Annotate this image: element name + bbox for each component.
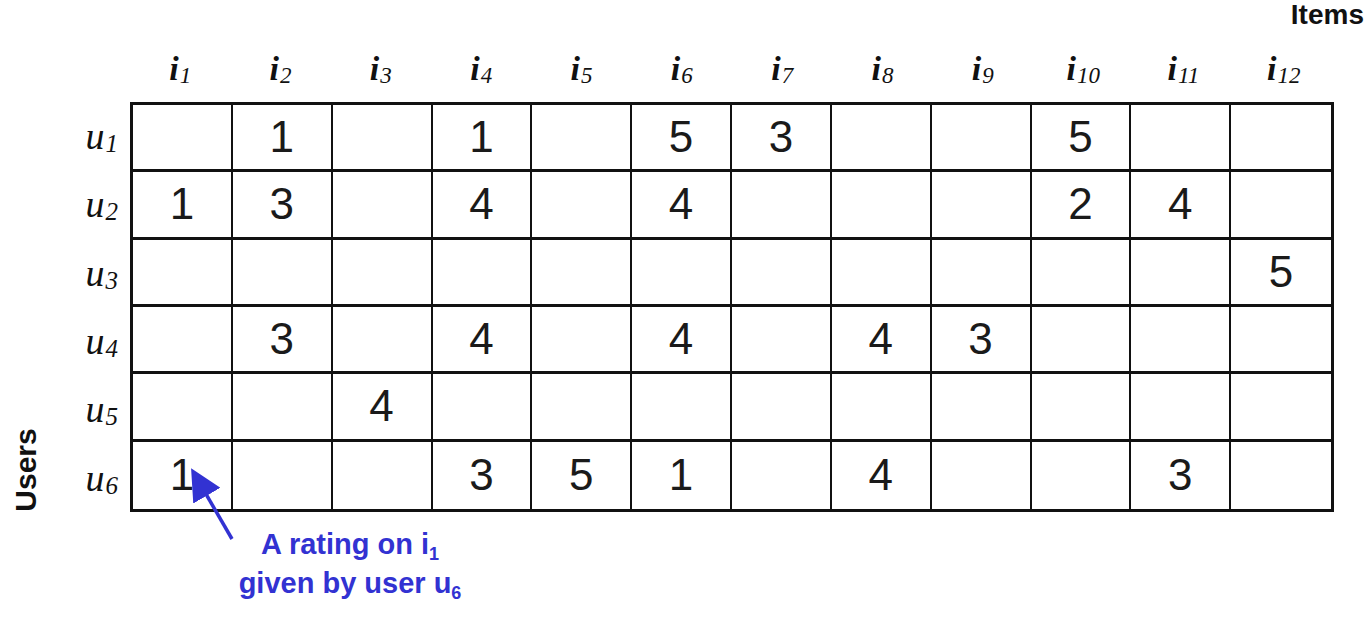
cell-u5-i7 — [732, 374, 832, 441]
cell-u2-i2: 3 — [233, 172, 333, 239]
annotation-line-2: given by user u6 — [158, 566, 542, 605]
column-header-i7: i7 — [732, 40, 832, 98]
cell-u5-i3: 4 — [333, 374, 433, 441]
cell-u4-i12 — [1231, 307, 1331, 374]
cell-u4-i6: 4 — [632, 307, 732, 374]
cell-u2-i6: 4 — [632, 172, 732, 239]
column-header-i12: i12 — [1234, 40, 1334, 98]
cell-u3-i7 — [732, 240, 832, 307]
column-header-i11: i11 — [1133, 40, 1233, 98]
cell-u2-i12 — [1231, 172, 1331, 239]
cell-u4-i11 — [1131, 307, 1231, 374]
column-header-i1: i1 — [130, 40, 230, 98]
cell-u6-i12 — [1231, 442, 1331, 509]
cell-u5-i5 — [532, 374, 632, 441]
cell-u6-i8: 4 — [832, 442, 932, 509]
cell-u5-i9 — [932, 374, 1032, 441]
column-header-i10: i10 — [1033, 40, 1133, 98]
cell-u4-i9: 3 — [932, 307, 1032, 374]
cell-u2-i8 — [832, 172, 932, 239]
cell-u1-i11 — [1131, 105, 1231, 172]
column-header-i4: i4 — [431, 40, 531, 98]
items-axis-label: Items — [1291, 0, 1364, 30]
cell-u2-i4: 4 — [433, 172, 533, 239]
cell-u5-i6 — [632, 374, 732, 441]
cell-u3-i5 — [532, 240, 632, 307]
cell-u3-i12: 5 — [1231, 240, 1331, 307]
cell-u3-i4 — [433, 240, 533, 307]
row-label-u1: u1 — [0, 102, 120, 170]
cell-u3-i11 — [1131, 240, 1231, 307]
cell-u4-i5 — [532, 307, 632, 374]
cell-u4-i3 — [333, 307, 433, 374]
cell-u1-i8 — [832, 105, 932, 172]
cell-u1-i1 — [133, 105, 233, 172]
annotation-line-1-text: A rating on i — [261, 528, 429, 560]
row-label-u4: u4 — [0, 307, 120, 375]
cell-u1-i2: 1 — [233, 105, 333, 172]
cell-u4-i4: 4 — [433, 307, 533, 374]
cell-u2-i3 — [333, 172, 433, 239]
cell-u3-i10 — [1032, 240, 1132, 307]
cell-u3-i3 — [333, 240, 433, 307]
cell-u6-i4: 3 — [433, 442, 533, 509]
annotation-text: A rating on i1 given by user u6 — [158, 527, 542, 605]
cell-u4-i2: 3 — [233, 307, 333, 374]
column-header-i5: i5 — [531, 40, 631, 98]
cell-u3-i1 — [133, 240, 233, 307]
column-header-i3: i3 — [331, 40, 431, 98]
rating-matrix-diagram: Items i1i2i3i4i5i6i7i8i9i10i11i12 u1u2u3… — [0, 0, 1370, 624]
annotation-line-2-subscript: 6 — [451, 576, 461, 611]
rating-grid: 115351344245344434135143 — [130, 102, 1334, 512]
cell-u5-i11 — [1131, 374, 1231, 441]
cell-u4-i8: 4 — [832, 307, 932, 374]
annotation-line-2-text: given by user u — [239, 567, 452, 599]
cell-u1-i5 — [532, 105, 632, 172]
cell-u6-i7 — [732, 442, 832, 509]
annotation-line-1: A rating on i1 — [158, 527, 542, 566]
cell-u5-i10 — [1032, 374, 1132, 441]
cell-u1-i3 — [333, 105, 433, 172]
cell-u3-i8 — [832, 240, 932, 307]
column-header-i8: i8 — [832, 40, 932, 98]
cell-u1-i7: 3 — [732, 105, 832, 172]
annotation-line-1-subscript: 1 — [429, 537, 439, 572]
cell-u1-i6: 5 — [632, 105, 732, 172]
cell-u6-i9 — [932, 442, 1032, 509]
cell-u5-i1 — [133, 374, 233, 441]
row-label-u2: u2 — [0, 170, 120, 238]
cell-u6-i3 — [333, 442, 433, 509]
cell-u3-i9 — [932, 240, 1032, 307]
cell-u1-i12 — [1231, 105, 1331, 172]
column-headers: i1i2i3i4i5i6i7i8i9i10i11i12 — [130, 40, 1334, 98]
cell-u2-i10: 2 — [1032, 172, 1132, 239]
cell-u5-i8 — [832, 374, 932, 441]
cell-u2-i1: 1 — [133, 172, 233, 239]
cell-u2-i11: 4 — [1131, 172, 1231, 239]
cell-u4-i1 — [133, 307, 233, 374]
cell-u5-i2 — [233, 374, 333, 441]
cell-u1-i4: 1 — [433, 105, 533, 172]
cell-u5-i4 — [433, 374, 533, 441]
cell-u3-i6 — [632, 240, 732, 307]
column-header-i9: i9 — [933, 40, 1033, 98]
cell-u4-i7 — [732, 307, 832, 374]
cell-u6-i5: 5 — [532, 442, 632, 509]
cell-u3-i2 — [233, 240, 333, 307]
column-header-i2: i2 — [230, 40, 330, 98]
cell-u6-i2 — [233, 442, 333, 509]
cell-u6-i10 — [1032, 442, 1132, 509]
row-label-u3: u3 — [0, 239, 120, 307]
cell-u5-i12 — [1231, 374, 1331, 441]
cell-u1-i9 — [932, 105, 1032, 172]
cell-u1-i10: 5 — [1032, 105, 1132, 172]
cell-u6-i11: 3 — [1131, 442, 1231, 509]
column-header-i6: i6 — [632, 40, 732, 98]
cell-u2-i7 — [732, 172, 832, 239]
cell-u6-i6: 1 — [632, 442, 732, 509]
users-axis-label: Users — [9, 428, 43, 511]
cell-u2-i5 — [532, 172, 632, 239]
cell-u4-i10 — [1032, 307, 1132, 374]
cell-u2-i9 — [932, 172, 1032, 239]
